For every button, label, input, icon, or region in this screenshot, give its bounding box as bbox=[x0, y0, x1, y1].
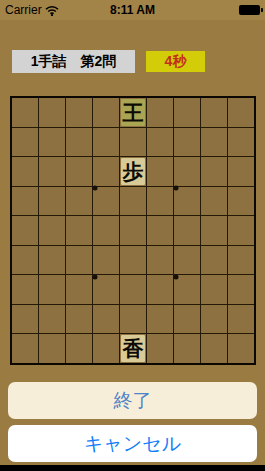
cell-32[interactable] bbox=[174, 128, 200, 157]
cell-35[interactable] bbox=[174, 216, 200, 245]
cell-83[interactable] bbox=[39, 157, 65, 186]
sente-pawn[interactable]: 歩 bbox=[121, 158, 145, 185]
cell-87[interactable] bbox=[39, 275, 65, 304]
cell-24[interactable] bbox=[201, 187, 227, 216]
cell-47[interactable] bbox=[147, 275, 173, 304]
cell-39[interactable] bbox=[174, 334, 200, 363]
cell-38[interactable] bbox=[174, 305, 200, 334]
cell-53[interactable]: 歩 bbox=[120, 157, 146, 186]
app-screen: Carrier 8:11 AM 1手詰 第2問 4秒 王歩香 終了 キャンセル bbox=[0, 0, 265, 471]
cell-19[interactable] bbox=[228, 334, 254, 363]
cell-82[interactable] bbox=[39, 128, 65, 157]
cell-81[interactable] bbox=[39, 98, 65, 127]
cell-44[interactable] bbox=[147, 187, 173, 216]
cell-18[interactable] bbox=[228, 305, 254, 334]
cell-92[interactable] bbox=[12, 128, 38, 157]
cell-74[interactable] bbox=[66, 187, 92, 216]
cell-26[interactable] bbox=[201, 246, 227, 275]
board-grid[interactable]: 王歩香 bbox=[12, 98, 254, 363]
timer-badge: 4秒 bbox=[146, 51, 205, 72]
cell-65[interactable] bbox=[93, 216, 119, 245]
cell-15[interactable] bbox=[228, 216, 254, 245]
cell-97[interactable] bbox=[12, 275, 38, 304]
hoshi-dot bbox=[92, 274, 97, 279]
cell-34[interactable] bbox=[174, 187, 200, 216]
cell-66[interactable] bbox=[93, 246, 119, 275]
cell-29[interactable] bbox=[201, 334, 227, 363]
cell-41[interactable] bbox=[147, 98, 173, 127]
clock: 8:11 AM bbox=[0, 0, 265, 20]
shogi-board[interactable]: 王歩香 bbox=[10, 96, 256, 365]
cell-12[interactable] bbox=[228, 128, 254, 157]
cell-27[interactable] bbox=[201, 275, 227, 304]
cell-14[interactable] bbox=[228, 187, 254, 216]
cell-75[interactable] bbox=[66, 216, 92, 245]
cell-23[interactable] bbox=[201, 157, 227, 186]
cell-25[interactable] bbox=[201, 216, 227, 245]
gote-king[interactable]: 王 bbox=[121, 99, 145, 126]
cell-16[interactable] bbox=[228, 246, 254, 275]
cell-89[interactable] bbox=[39, 334, 65, 363]
cell-21[interactable] bbox=[201, 98, 227, 127]
cell-22[interactable] bbox=[201, 128, 227, 157]
cancel-button[interactable]: キャンセル bbox=[8, 425, 257, 462]
cell-58[interactable] bbox=[120, 305, 146, 334]
hoshi-dot bbox=[173, 186, 178, 191]
puzzle-title: 1手詰 第2問 bbox=[12, 50, 135, 73]
bottom-edge bbox=[0, 465, 265, 471]
cell-13[interactable] bbox=[228, 157, 254, 186]
cell-56[interactable] bbox=[120, 246, 146, 275]
cell-67[interactable] bbox=[93, 275, 119, 304]
sente-lance[interactable]: 香 bbox=[121, 335, 145, 362]
cell-31[interactable] bbox=[174, 98, 200, 127]
cell-73[interactable] bbox=[66, 157, 92, 186]
cell-37[interactable] bbox=[174, 275, 200, 304]
battery-icon bbox=[239, 5, 260, 15]
cell-99[interactable] bbox=[12, 334, 38, 363]
cell-91[interactable] bbox=[12, 98, 38, 127]
cell-51[interactable]: 王 bbox=[120, 98, 146, 127]
cell-45[interactable] bbox=[147, 216, 173, 245]
cell-49[interactable] bbox=[147, 334, 173, 363]
cell-71[interactable] bbox=[66, 98, 92, 127]
cell-98[interactable] bbox=[12, 305, 38, 334]
cell-94[interactable] bbox=[12, 187, 38, 216]
status-bar: Carrier 8:11 AM bbox=[0, 0, 265, 20]
cell-78[interactable] bbox=[66, 305, 92, 334]
cell-79[interactable] bbox=[66, 334, 92, 363]
cell-93[interactable] bbox=[12, 157, 38, 186]
cell-68[interactable] bbox=[93, 305, 119, 334]
hoshi-dot bbox=[92, 186, 97, 191]
cell-95[interactable] bbox=[12, 216, 38, 245]
cell-36[interactable] bbox=[174, 246, 200, 275]
cell-84[interactable] bbox=[39, 187, 65, 216]
cell-63[interactable] bbox=[93, 157, 119, 186]
cell-86[interactable] bbox=[39, 246, 65, 275]
cell-57[interactable] bbox=[120, 275, 146, 304]
cell-72[interactable] bbox=[66, 128, 92, 157]
cell-55[interactable] bbox=[120, 216, 146, 245]
cell-48[interactable] bbox=[147, 305, 173, 334]
cell-69[interactable] bbox=[93, 334, 119, 363]
cell-11[interactable] bbox=[228, 98, 254, 127]
cell-17[interactable] bbox=[228, 275, 254, 304]
cell-88[interactable] bbox=[39, 305, 65, 334]
end-button[interactable]: 終了 bbox=[8, 382, 257, 419]
cell-61[interactable] bbox=[93, 98, 119, 127]
cell-52[interactable] bbox=[120, 128, 146, 157]
cell-85[interactable] bbox=[39, 216, 65, 245]
cell-96[interactable] bbox=[12, 246, 38, 275]
cell-62[interactable] bbox=[93, 128, 119, 157]
cell-54[interactable] bbox=[120, 187, 146, 216]
cell-43[interactable] bbox=[147, 157, 173, 186]
cell-59[interactable]: 香 bbox=[120, 334, 146, 363]
cell-42[interactable] bbox=[147, 128, 173, 157]
cell-64[interactable] bbox=[93, 187, 119, 216]
cell-46[interactable] bbox=[147, 246, 173, 275]
cell-77[interactable] bbox=[66, 275, 92, 304]
cell-33[interactable] bbox=[174, 157, 200, 186]
hoshi-dot bbox=[173, 274, 178, 279]
cell-28[interactable] bbox=[201, 305, 227, 334]
cell-76[interactable] bbox=[66, 246, 92, 275]
